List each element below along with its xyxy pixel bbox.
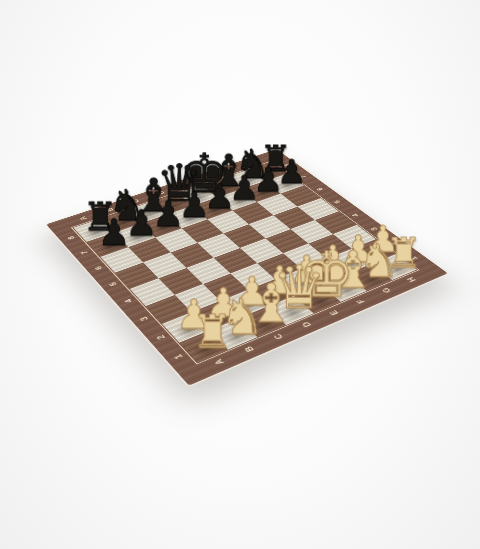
- product-photo-scene: ♜♞♝♛♚♝♞♜♟♟♟♟♟♟♟♟♟♟♟♟♟♟♟♟♜♞♝♛♚♝♞♜ AABBCCD…: [0, 0, 480, 549]
- chess-board: ♜♞♝♛♚♝♞♜♟♟♟♟♟♟♟♟♟♟♟♟♟♟♟♟♜♞♝♛♚♝♞♜ AABBCCD…: [46, 149, 448, 385]
- rank-label-5-left: 5: [93, 274, 131, 295]
- rank-label-5-right: 5: [320, 194, 354, 210]
- black-pawn-a7: ♟: [97, 215, 129, 251]
- rank-label-4-left: 4: [108, 290, 147, 312]
- board-grid: ♜♞♝♛♚♝♞♜♟♟♟♟♟♟♟♟♟♟♟♟♟♟♟♟♜♞♝♛♚♝♞♜: [73, 162, 416, 363]
- white-rook-a1: ♜: [191, 309, 232, 355]
